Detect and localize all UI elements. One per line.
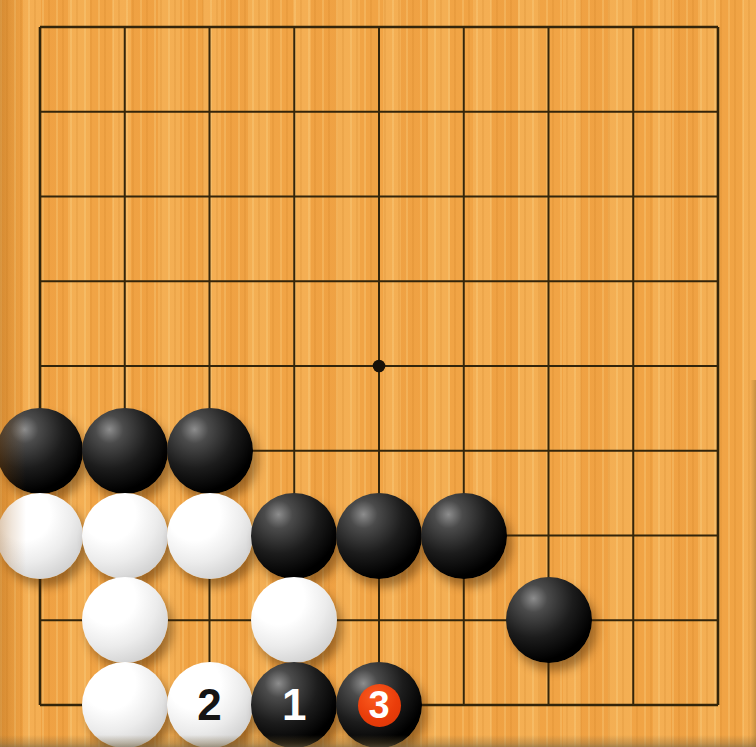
stone-white [167,493,253,579]
stone-black [251,493,337,579]
stone-black [0,408,83,494]
stone-black [421,493,507,579]
stone-black-move-1: 1 [251,662,337,747]
stone-white [0,493,83,579]
stone-white-move-2: 2 [167,662,253,747]
stone-black [506,577,592,663]
goban[interactable]: 213 [0,0,756,747]
stone-white [82,493,168,579]
move-number-label: 2 [197,683,221,727]
current-move-marker: 3 [358,684,401,727]
move-number-label: 1 [282,683,306,727]
stones-grid: 213 [0,0,756,747]
stone-black [167,408,253,494]
stone-black [336,493,422,579]
stone-black-move-3: 3 [336,662,422,747]
stone-white [82,662,168,747]
stone-white [251,577,337,663]
stone-white [82,577,168,663]
stone-black [82,408,168,494]
